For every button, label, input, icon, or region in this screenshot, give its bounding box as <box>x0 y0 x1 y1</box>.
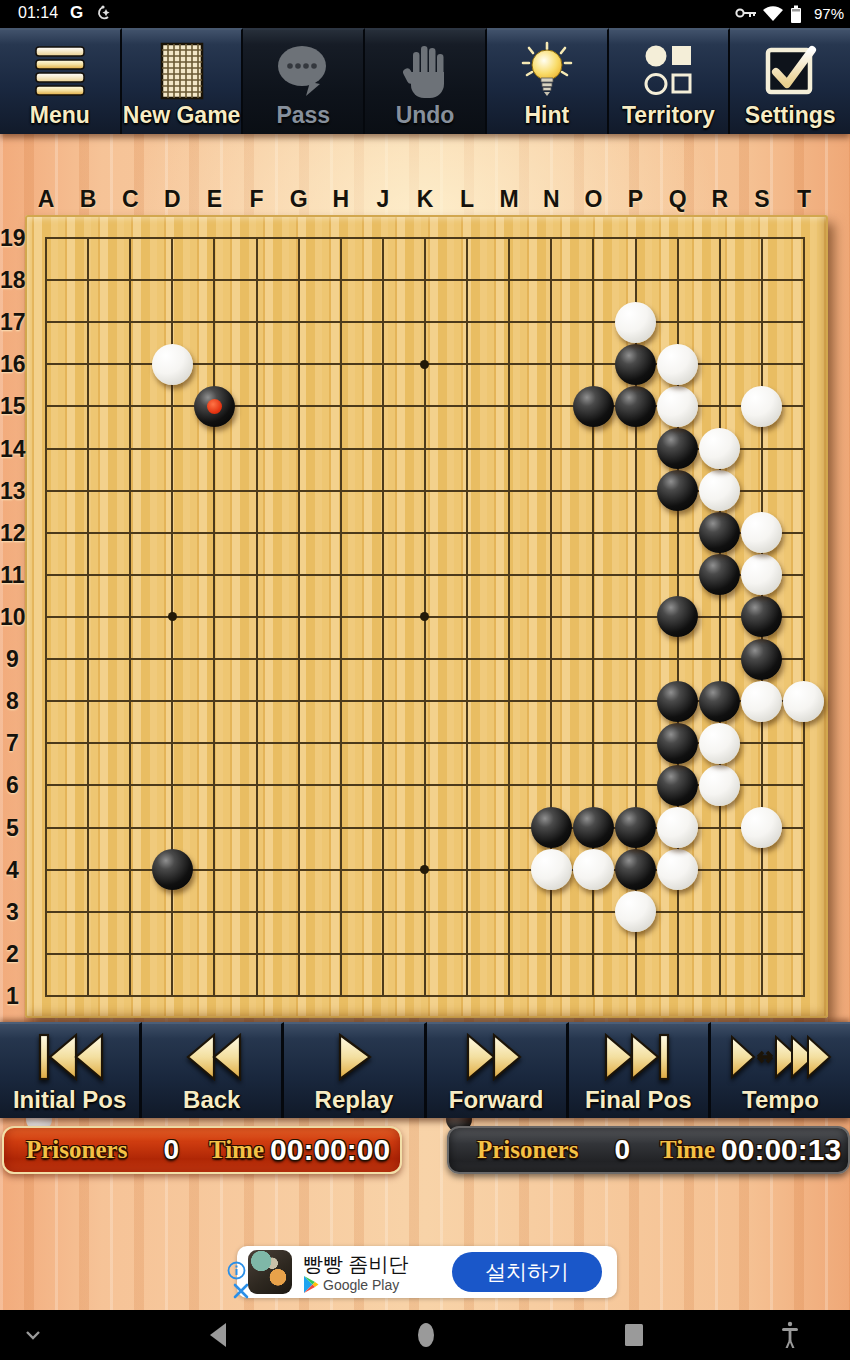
undo-icon <box>397 38 453 104</box>
row-label-15: 15 <box>0 393 25 420</box>
row-label-3: 3 <box>0 899 25 926</box>
carrier-indicator: G <box>70 3 83 23</box>
column-label-H: H <box>326 186 356 213</box>
replay-label: Replay <box>315 1088 394 1118</box>
row-label-8: 8 <box>0 688 25 715</box>
forward-button[interactable]: Forward <box>427 1022 569 1118</box>
column-label-F: F <box>242 186 272 213</box>
row-label-11: 11 <box>0 562 25 589</box>
initial-pos-button[interactable]: Initial Pos <box>0 1022 142 1118</box>
black-stone-Q14 <box>657 428 698 469</box>
row-label-13: 13 <box>0 478 25 505</box>
column-label-E: E <box>199 186 229 213</box>
hint-label: Hint <box>524 104 569 134</box>
column-label-N: N <box>536 186 566 213</box>
white-stone-R7 <box>699 723 740 764</box>
row-label-9: 9 <box>0 646 25 673</box>
hint-icon <box>516 38 578 104</box>
black-stone-O5 <box>573 807 614 848</box>
row-label-7: 7 <box>0 730 25 757</box>
column-label-O: O <box>578 186 608 213</box>
new-game-icon <box>154 38 210 104</box>
white-stone-O4 <box>573 849 614 890</box>
tempo-label: Tempo <box>742 1088 819 1118</box>
black-stone-D4 <box>152 849 193 890</box>
prisoners-label: Prisoners <box>26 1136 127 1164</box>
white-stone-Q4 <box>657 849 698 890</box>
pass-button[interactable]: Pass <box>243 28 365 134</box>
black-stone-R11 <box>699 554 740 595</box>
column-label-M: M <box>494 186 524 213</box>
spark-icon <box>95 5 111 27</box>
grid-line <box>508 237 510 997</box>
settings-label: Settings <box>745 104 836 134</box>
hint-button[interactable]: Hint <box>487 28 609 134</box>
column-label-L: L <box>452 186 482 213</box>
forward-label: Forward <box>449 1088 544 1118</box>
time-value: 00:00:00 <box>270 1133 390 1167</box>
black-stone-S9 <box>741 639 782 680</box>
prisoners-count: 0 <box>163 1134 179 1166</box>
row-label-5: 5 <box>0 815 25 842</box>
initial-pos-icon <box>32 1026 108 1088</box>
white-stone-Q15 <box>657 386 698 427</box>
white-stone-N4 <box>531 849 572 890</box>
grid-line <box>803 237 805 997</box>
white-stone-S5 <box>741 807 782 848</box>
white-stone-T8 <box>783 681 824 722</box>
territory-label: Territory <box>622 104 715 134</box>
go-board[interactable] <box>25 215 828 1018</box>
back-nav-icon[interactable] <box>200 1310 236 1360</box>
column-label-A: A <box>31 186 61 213</box>
white-stone-R14 <box>699 428 740 469</box>
column-label-K: K <box>410 186 440 213</box>
top-toolbar: Menu New Game Pass <box>0 28 850 134</box>
white-stone-P3 <box>615 891 656 932</box>
menu-label: Menu <box>30 104 90 134</box>
black-stone-P16 <box>615 344 656 385</box>
replay-icon <box>330 1026 378 1088</box>
tempo-icon <box>728 1026 832 1088</box>
accessibility-icon[interactable] <box>772 1310 808 1360</box>
white-stone-S8 <box>741 681 782 722</box>
black-stone-Q13 <box>657 470 698 511</box>
time-label: Time <box>660 1136 715 1164</box>
black-stone-P4 <box>615 849 656 890</box>
ad-store-label: Google Play <box>323 1277 399 1293</box>
battery-icon <box>790 5 802 28</box>
close-icon[interactable] <box>232 1282 250 1304</box>
key-icon <box>734 5 758 25</box>
app-screen: 01:14 G 97% Menu <box>0 0 850 1360</box>
grid-line <box>45 995 805 997</box>
ad-banner[interactable]: 빵빵 좀비단 Google Play 설치하기 <box>237 1246 617 1298</box>
final-pos-label: Final Pos <box>585 1088 692 1118</box>
black-player-bar: Prisoners 0 Time 00:00:13 <box>447 1126 850 1174</box>
row-label-6: 6 <box>0 772 25 799</box>
row-label-16: 16 <box>0 351 25 378</box>
row-label-19: 19 <box>0 225 25 252</box>
row-label-4: 4 <box>0 857 25 884</box>
black-stone-Q6 <box>657 765 698 806</box>
star-point <box>168 612 177 621</box>
column-label-P: P <box>621 186 651 213</box>
new-game-button[interactable]: New Game <box>122 28 244 134</box>
row-label-10: 10 <box>0 604 25 631</box>
white-stone-Q16 <box>657 344 698 385</box>
white-stone-S15 <box>741 386 782 427</box>
star-point <box>420 865 429 874</box>
forward-icon <box>462 1026 530 1088</box>
row-label-12: 12 <box>0 520 25 547</box>
territory-button[interactable]: Territory <box>609 28 731 134</box>
android-nav-bar <box>0 1310 850 1360</box>
row-label-18: 18 <box>0 267 25 294</box>
row-label-14: 14 <box>0 436 25 463</box>
tempo-button[interactable]: Tempo <box>711 1022 850 1118</box>
row-label-2: 2 <box>0 941 25 968</box>
column-label-R: R <box>705 186 735 213</box>
time-label: Time <box>209 1136 264 1164</box>
clock: 01:14 <box>18 4 58 22</box>
black-stone-Q7 <box>657 723 698 764</box>
menu-button[interactable]: Menu <box>0 28 122 134</box>
new-game-label: New Game <box>123 104 241 134</box>
prisoners-label: Prisoners <box>477 1136 578 1164</box>
row-label-1: 1 <box>0 983 25 1010</box>
black-stone-S10 <box>741 596 782 637</box>
column-label-Q: Q <box>663 186 693 213</box>
back-button[interactable]: Back <box>142 1022 284 1118</box>
column-label-T: T <box>789 186 819 213</box>
replay-button[interactable]: Replay <box>284 1022 426 1118</box>
undo-button[interactable]: Undo <box>365 28 487 134</box>
black-stone-E15 <box>194 386 235 427</box>
row-label-17: 17 <box>0 309 25 336</box>
settings-button[interactable]: Settings <box>730 28 850 134</box>
territory-icon <box>639 38 697 104</box>
white-stone-R6 <box>699 765 740 806</box>
back-icon <box>178 1026 246 1088</box>
column-label-C: C <box>115 186 145 213</box>
black-stone-Q10 <box>657 596 698 637</box>
black-stone-O15 <box>573 386 614 427</box>
pass-label: Pass <box>276 104 330 134</box>
black-stone-Q8 <box>657 681 698 722</box>
last-move-marker <box>207 399 222 414</box>
white-stone-S12 <box>741 512 782 553</box>
grid-line <box>719 237 721 997</box>
star-point <box>420 612 429 621</box>
menu-icon <box>31 38 89 104</box>
grid-line <box>45 658 805 660</box>
white-stone-S11 <box>741 554 782 595</box>
black-stone-R12 <box>699 512 740 553</box>
star-point <box>420 360 429 369</box>
time-value: 00:00:13 <box>721 1133 841 1167</box>
info-icon[interactable] <box>227 1261 246 1284</box>
column-label-D: D <box>157 186 187 213</box>
app-icon[interactable] <box>248 1250 292 1294</box>
back-label: Back <box>183 1088 240 1118</box>
pass-icon <box>272 38 334 104</box>
white-player-bar: Prisoners 0 Time 00:00:00 <box>2 1126 402 1174</box>
grid-line <box>45 953 805 955</box>
black-stone-N5 <box>531 807 572 848</box>
white-stone-Q5 <box>657 807 698 848</box>
chevron-down-icon[interactable] <box>18 1310 48 1360</box>
initial-pos-label: Initial Pos <box>13 1088 126 1118</box>
prisoners-count: 0 <box>614 1134 630 1166</box>
replay-toolbar: Initial Pos Back Replay Forward <box>0 1022 850 1118</box>
recents-icon[interactable] <box>616 1310 652 1360</box>
column-label-B: B <box>73 186 103 213</box>
white-stone-P17 <box>615 302 656 343</box>
column-label-J: J <box>368 186 398 213</box>
home-icon[interactable] <box>408 1310 444 1360</box>
white-stone-R13 <box>699 470 740 511</box>
settings-icon <box>760 38 820 104</box>
black-stone-P15 <box>615 386 656 427</box>
google-play-icon <box>303 1276 319 1293</box>
final-pos-icon <box>600 1026 676 1088</box>
battery-percent: 97% <box>814 5 844 22</box>
undo-label: Undo <box>396 104 455 134</box>
wifi-icon <box>762 5 784 26</box>
status-bar: 01:14 G 97% <box>0 0 850 28</box>
column-label-S: S <box>747 186 777 213</box>
final-pos-button[interactable]: Final Pos <box>569 1022 711 1118</box>
black-stone-P5 <box>615 807 656 848</box>
grid-line <box>45 911 805 913</box>
grid-line <box>466 237 468 997</box>
column-label-G: G <box>284 186 314 213</box>
white-stone-D16 <box>152 344 193 385</box>
black-stone-R8 <box>699 681 740 722</box>
install-button[interactable]: 설치하기 <box>452 1252 602 1292</box>
